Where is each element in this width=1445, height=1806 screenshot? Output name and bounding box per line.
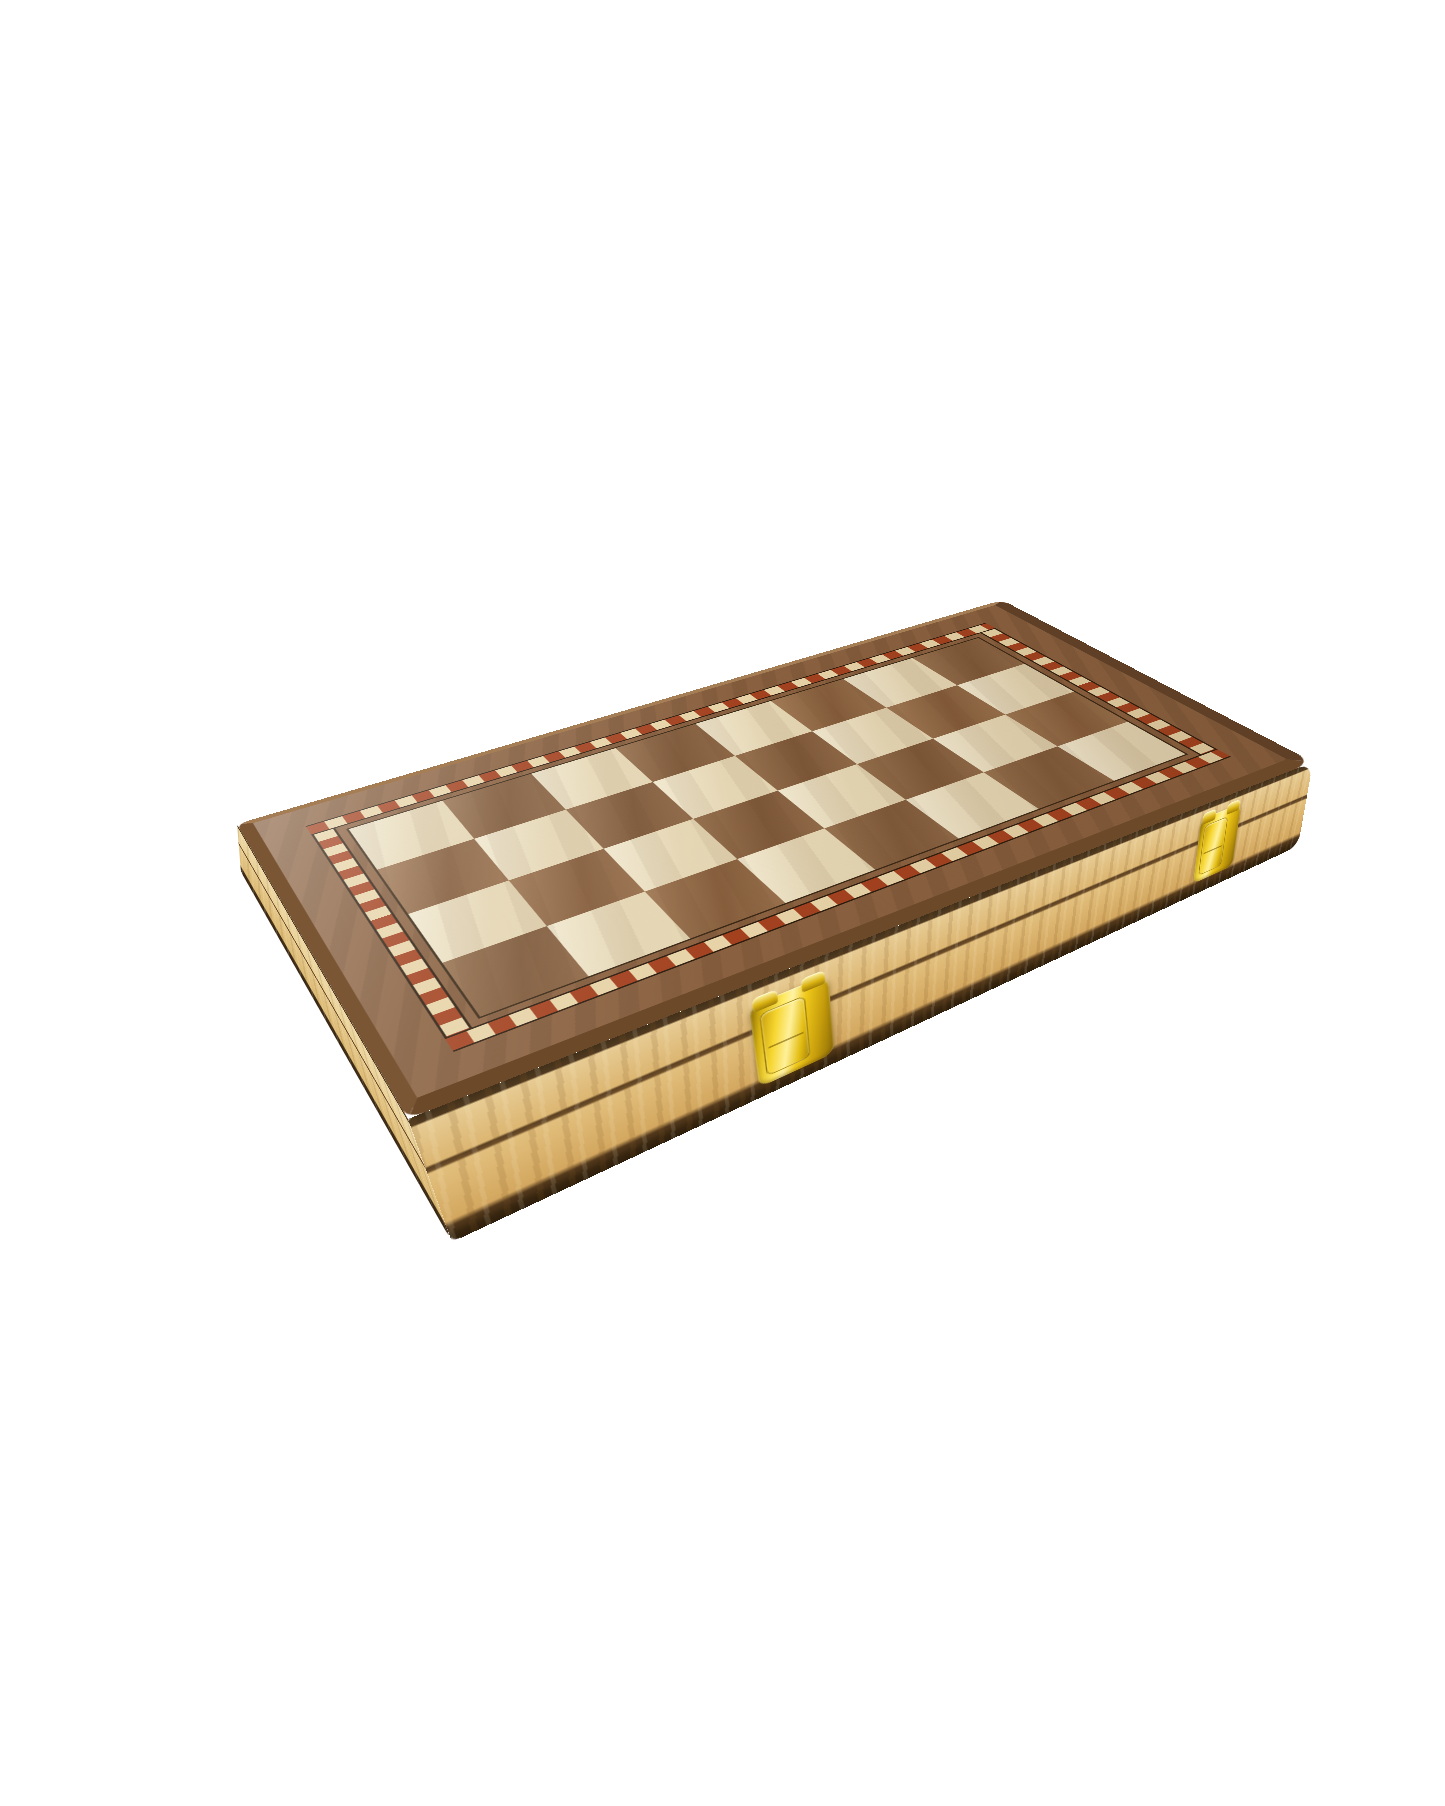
brass-clasp-right bbox=[1193, 803, 1241, 884]
clasp-tongue bbox=[1198, 817, 1227, 876]
clasp-hinge-lug bbox=[801, 970, 826, 993]
product-photo-scene bbox=[0, 0, 1445, 1806]
clasp-notch bbox=[1203, 845, 1221, 855]
clasp-notch bbox=[768, 1031, 803, 1048]
brass-clasp-left bbox=[749, 974, 835, 1087]
clasp-hinge-lug bbox=[1226, 799, 1240, 815]
